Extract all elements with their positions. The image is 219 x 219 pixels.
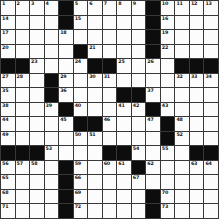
clue-number-21: 21 [89, 45, 95, 51]
cell-r15c3[interactable] [30, 204, 44, 218]
clue-number-53: 53 [46, 146, 52, 152]
clue-number-70: 70 [162, 190, 168, 196]
cell-r9c2[interactable] [16, 117, 30, 131]
clue-number-71: 71 [2, 204, 8, 210]
clue-number-73: 73 [162, 204, 168, 210]
black-square-r1c11 [146, 1, 160, 15]
clue-number-45: 45 [60, 117, 66, 123]
cell-r9c1[interactable]: 44 [1, 117, 15, 131]
cell-r1c10[interactable]: 9 [132, 1, 146, 15]
black-square-r5c8 [103, 59, 117, 73]
clue-number-56: 56 [2, 161, 8, 167]
cell-r8c15[interactable] [204, 103, 218, 117]
black-square-r11c2 [16, 146, 30, 160]
black-square-r8c11 [146, 103, 160, 117]
cell-r13c13[interactable] [175, 175, 189, 189]
cell-r1c1[interactable]: 1 [1, 1, 15, 15]
black-square-r5c2 [16, 59, 30, 73]
cell-r12c1[interactable]: 56 [1, 161, 15, 175]
black-square-r15c5 [59, 204, 73, 218]
black-square-r2c5 [59, 16, 73, 30]
cell-r7c3[interactable] [30, 88, 44, 102]
clue-number-44: 44 [2, 117, 8, 123]
cell-r10c3[interactable] [30, 132, 44, 146]
cell-r6c13[interactable]: 32 [175, 74, 189, 88]
clue-number-2: 2 [17, 1, 20, 7]
cell-r2c7[interactable] [88, 16, 102, 30]
clue-number-4: 4 [46, 1, 49, 7]
clue-number-48: 48 [176, 117, 182, 123]
cell-r14c15[interactable] [204, 190, 218, 204]
cell-r15c13[interactable] [175, 204, 189, 218]
cell-r11c6[interactable] [74, 146, 88, 160]
clue-number-43: 43 [162, 103, 168, 109]
clue-number-72: 72 [75, 204, 81, 210]
cell-r13c14[interactable] [190, 175, 204, 189]
cell-r12c4[interactable] [45, 161, 59, 175]
cell-r12c7[interactable] [88, 161, 102, 175]
cell-r7c5[interactable]: 36 [59, 88, 73, 102]
cell-r10c6[interactable]: 50 [74, 132, 88, 146]
cell-r8c7[interactable] [88, 103, 102, 117]
cell-r1c14[interactable]: 12 [190, 1, 204, 15]
cell-r15c4[interactable] [45, 204, 59, 218]
cell-r12c6[interactable]: 59 [74, 161, 88, 175]
cell-r12c14[interactable]: 63 [190, 161, 204, 175]
clue-number-1: 1 [2, 1, 5, 7]
cell-r8c14[interactable] [190, 103, 204, 117]
cell-r14c14[interactable] [190, 190, 204, 204]
cell-r2c1[interactable]: 14 [1, 16, 15, 30]
cell-r3c4[interactable] [45, 30, 59, 44]
cell-r6c11[interactable] [146, 74, 160, 88]
clue-number-18: 18 [60, 30, 66, 36]
clue-number-31: 31 [104, 74, 110, 80]
cell-r13c11[interactable] [146, 175, 160, 189]
black-square-r5c7 [88, 59, 102, 73]
cell-r3c3[interactable] [30, 30, 44, 44]
cell-r15c9[interactable] [117, 204, 131, 218]
black-square-r5c13 [175, 59, 189, 73]
cell-r12c3[interactable]: 58 [30, 161, 44, 175]
cell-r12c8[interactable]: 60 [103, 161, 117, 175]
cell-r15c7[interactable] [88, 204, 102, 218]
cell-r6c14[interactable]: 33 [190, 74, 204, 88]
cell-r1c8[interactable]: 7 [103, 1, 117, 15]
cell-r10c1[interactable]: 49 [1, 132, 15, 146]
clue-number-30: 30 [89, 74, 95, 80]
black-square-r15c11 [146, 204, 160, 218]
clue-number-8: 8 [118, 1, 121, 7]
cell-r3c8[interactable] [103, 30, 117, 44]
clue-number-10: 10 [162, 1, 168, 7]
black-square-r9c6 [74, 117, 88, 131]
cell-r4c12[interactable]: 22 [161, 45, 175, 59]
clue-number-9: 9 [133, 1, 136, 7]
cell-r1c9[interactable]: 8 [117, 1, 131, 15]
cell-r10c4[interactable] [45, 132, 59, 146]
cell-r1c15[interactable]: 13 [204, 1, 218, 15]
cell-r2c4[interactable] [45, 16, 59, 30]
cell-r15c14[interactable] [190, 204, 204, 218]
clue-number-32: 32 [176, 74, 182, 80]
cell-r11c11[interactable] [146, 146, 160, 160]
cell-r1c3[interactable]: 3 [30, 1, 44, 15]
clue-number-50: 50 [75, 132, 81, 138]
cell-r14c13[interactable] [175, 190, 189, 204]
cell-r14c7[interactable] [88, 190, 102, 204]
cell-r9c14[interactable] [190, 117, 204, 131]
black-square-r11c9 [117, 146, 131, 160]
cell-r1c7[interactable]: 6 [88, 1, 102, 15]
black-square-r13c5 [59, 175, 73, 189]
cell-r8c10[interactable]: 42 [132, 103, 146, 117]
cell-r7c2[interactable] [16, 88, 30, 102]
black-square-r14c11 [146, 190, 160, 204]
cell-r6c15[interactable]: 34 [204, 74, 218, 88]
clue-number-57: 57 [17, 161, 23, 167]
cell-r14c2[interactable] [16, 190, 30, 204]
cell-r9c13[interactable]: 48 [175, 117, 189, 131]
black-square-r4c6 [74, 45, 88, 59]
clue-number-41: 41 [118, 103, 124, 109]
cell-r8c13[interactable] [175, 103, 189, 117]
cell-r2c2[interactable] [16, 16, 30, 30]
clue-number-61: 61 [118, 161, 124, 167]
clue-number-62: 62 [147, 161, 153, 167]
cell-r3c9[interactable] [117, 30, 131, 44]
cell-r12c11[interactable]: 62 [146, 161, 160, 175]
cell-r3c13[interactable] [175, 30, 189, 44]
cell-r5c12[interactable] [161, 59, 175, 73]
black-square-r3c11 [146, 30, 160, 44]
clue-number-51: 51 [89, 132, 95, 138]
cell-r8c1[interactable]: 38 [1, 103, 15, 117]
clue-number-16: 16 [162, 16, 168, 22]
cell-r6c8[interactable]: 31 [103, 74, 117, 88]
cell-r9c5[interactable]: 45 [59, 117, 73, 131]
cell-r11c12[interactable]: 55 [161, 146, 175, 160]
cell-r4c3[interactable] [30, 45, 44, 59]
cell-r15c6[interactable]: 72 [74, 204, 88, 218]
cell-r2c15[interactable] [204, 16, 218, 30]
cell-r6c9[interactable] [117, 74, 131, 88]
cell-r1c13[interactable]: 11 [175, 1, 189, 15]
cell-r3c12[interactable]: 19 [161, 30, 175, 44]
cell-r11c10[interactable]: 54 [132, 146, 146, 160]
cell-r1c6[interactable]: 5 [74, 1, 88, 15]
cell-r8c6[interactable]: 40 [74, 103, 88, 117]
cell-r4c13[interactable] [175, 45, 189, 59]
cell-r13c15[interactable] [204, 175, 218, 189]
black-square-r11c3 [30, 146, 44, 160]
cell-r14c10[interactable] [132, 190, 146, 204]
clue-number-29: 29 [60, 74, 66, 80]
cell-r12c13[interactable] [175, 161, 189, 175]
cell-r7c6[interactable] [74, 88, 88, 102]
cell-r6c2[interactable]: 28 [16, 74, 30, 88]
clue-number-60: 60 [104, 161, 110, 167]
cell-r7c14[interactable] [190, 88, 204, 102]
clue-number-42: 42 [133, 103, 139, 109]
cell-r15c15[interactable] [204, 204, 218, 218]
cell-r13c2[interactable] [16, 175, 30, 189]
cell-r13c6[interactable]: 66 [74, 175, 88, 189]
black-square-r8c5 [59, 103, 73, 117]
clue-number-24: 24 [75, 59, 81, 65]
black-square-r7c9 [117, 88, 131, 102]
clue-number-23: 23 [31, 59, 37, 65]
clue-number-6: 6 [89, 1, 92, 7]
cell-r4c7[interactable]: 21 [88, 45, 102, 59]
black-square-r11c1 [1, 146, 15, 160]
clue-number-64: 64 [205, 161, 211, 167]
clue-number-15: 15 [75, 16, 81, 22]
cell-r3c15[interactable] [204, 30, 218, 44]
black-square-r7c4 [45, 88, 59, 102]
cell-r6c5[interactable]: 29 [59, 74, 73, 88]
cell-r13c12[interactable] [161, 175, 175, 189]
clue-number-34: 34 [205, 74, 211, 80]
cell-r15c12[interactable]: 73 [161, 204, 175, 218]
cell-r8c8[interactable] [103, 103, 117, 117]
cell-r5c4[interactable] [45, 59, 59, 73]
cell-r9c11[interactable]: 47 [146, 117, 160, 131]
cell-r10c8[interactable] [103, 132, 117, 146]
cell-r2c3[interactable] [30, 16, 44, 30]
cell-r10c7[interactable]: 51 [88, 132, 102, 146]
black-square-r9c12 [161, 117, 175, 131]
cell-r15c10[interactable] [132, 204, 146, 218]
cell-r11c7[interactable] [88, 146, 102, 160]
cell-r14c8[interactable] [103, 190, 117, 204]
cell-r4c2[interactable] [16, 45, 30, 59]
clue-number-17: 17 [2, 30, 8, 36]
cell-r14c4[interactable] [45, 190, 59, 204]
black-square-r6c4 [45, 74, 59, 88]
cell-r9c15[interactable] [204, 117, 218, 131]
cell-r8c9[interactable]: 41 [117, 103, 131, 117]
clue-number-58: 58 [31, 161, 37, 167]
clue-number-39: 39 [46, 103, 52, 109]
clue-number-26: 26 [147, 59, 153, 65]
cell-r5c10[interactable] [132, 59, 146, 73]
cell-r9c3[interactable] [30, 117, 44, 131]
cell-r13c8[interactable] [103, 175, 117, 189]
cell-r11c4[interactable]: 53 [45, 146, 59, 160]
clue-number-49: 49 [2, 132, 8, 138]
cell-r7c13[interactable] [175, 88, 189, 102]
clue-number-33: 33 [191, 74, 197, 80]
cell-r7c1[interactable]: 35 [1, 88, 15, 102]
cell-r7c8[interactable] [103, 88, 117, 102]
clue-number-12: 12 [191, 1, 197, 7]
cell-r10c2[interactable] [16, 132, 30, 146]
cell-r10c11[interactable] [146, 132, 160, 146]
crossword-grid: 1234567891011121314151617181920212223242… [0, 0, 219, 219]
clue-number-25: 25 [118, 59, 124, 65]
clue-number-27: 27 [2, 74, 8, 80]
black-square-r10c12 [161, 132, 175, 146]
cell-r15c8[interactable] [103, 204, 117, 218]
cell-r12c9[interactable]: 61 [117, 161, 131, 175]
cell-r8c3[interactable] [30, 103, 44, 117]
cell-r2c12[interactable]: 16 [161, 16, 175, 30]
cell-r9c4[interactable] [45, 117, 59, 131]
cell-r10c13[interactable]: 52 [175, 132, 189, 146]
clue-number-22: 22 [162, 45, 168, 51]
cell-r7c12[interactable] [161, 88, 175, 102]
cell-r8c2[interactable] [16, 103, 30, 117]
black-square-r9c7 [88, 117, 102, 131]
cell-r4c8[interactable] [103, 45, 117, 59]
cell-r13c3[interactable] [30, 175, 44, 189]
black-square-r14c5 [59, 190, 73, 204]
black-square-r5c1 [1, 59, 15, 73]
clue-number-13: 13 [205, 1, 211, 7]
cell-r2c6[interactable]: 15 [74, 16, 88, 30]
cell-r6c7[interactable]: 30 [88, 74, 102, 88]
cell-r11c13[interactable] [175, 146, 189, 160]
black-square-r1c5 [59, 1, 73, 15]
cell-r4c14[interactable] [190, 45, 204, 59]
cell-r2c14[interactable] [190, 16, 204, 30]
cell-r5c6[interactable]: 24 [74, 59, 88, 73]
cell-r8c12[interactable]: 43 [161, 103, 175, 117]
clue-number-37: 37 [147, 88, 153, 94]
clue-number-14: 14 [2, 16, 8, 22]
black-square-r12c5 [59, 161, 73, 175]
cell-r3c7[interactable] [88, 30, 102, 44]
cell-r5c3[interactable]: 23 [30, 59, 44, 73]
cell-r11c5[interactable] [59, 146, 73, 160]
cell-r10c15[interactable] [204, 132, 218, 146]
cell-r14c1[interactable]: 68 [1, 190, 15, 204]
cell-r2c9[interactable] [117, 16, 131, 30]
black-square-r11c14 [190, 146, 204, 160]
clue-number-59: 59 [75, 161, 81, 167]
cell-r13c1[interactable]: 65 [1, 175, 15, 189]
clue-number-40: 40 [75, 103, 81, 109]
cell-r6c1[interactable]: 27 [1, 74, 15, 88]
cell-r13c4[interactable] [45, 175, 59, 189]
cell-r2c13[interactable] [175, 16, 189, 30]
cell-r3c6[interactable] [74, 30, 88, 44]
cell-r4c9[interactable] [117, 45, 131, 59]
clue-number-19: 19 [162, 30, 168, 36]
clue-number-67: 67 [133, 175, 139, 181]
cell-r1c2[interactable]: 2 [16, 1, 30, 15]
cell-r9c10[interactable] [132, 117, 146, 131]
clue-number-3: 3 [31, 1, 34, 7]
cell-r15c2[interactable] [16, 204, 30, 218]
cell-r12c2[interactable]: 57 [16, 161, 30, 175]
black-square-r5c14 [190, 59, 204, 73]
black-square-r11c8 [103, 146, 117, 160]
clue-number-7: 7 [104, 1, 107, 7]
cell-r12c12[interactable] [161, 161, 175, 175]
cell-r8c4[interactable]: 39 [45, 103, 59, 117]
cell-r7c11[interactable]: 37 [146, 88, 160, 102]
cell-r9c8[interactable]: 46 [103, 117, 117, 131]
clue-number-47: 47 [147, 117, 153, 123]
black-square-r12c10 [132, 161, 146, 175]
cell-r3c2[interactable] [16, 30, 30, 44]
clue-number-66: 66 [75, 175, 81, 181]
clue-number-68: 68 [2, 190, 8, 196]
cell-r13c9[interactable] [117, 175, 131, 189]
cell-r7c15[interactable] [204, 88, 218, 102]
cell-r1c4[interactable]: 4 [45, 1, 59, 15]
clue-number-11: 11 [176, 1, 182, 7]
cell-r5c5[interactable] [59, 59, 73, 73]
cell-r4c10[interactable] [132, 45, 146, 59]
cell-r14c12[interactable]: 70 [161, 190, 175, 204]
cell-r10c5[interactable] [59, 132, 73, 146]
cell-r5c9[interactable]: 25 [117, 59, 131, 73]
clue-number-20: 20 [2, 45, 8, 51]
cell-r2c8[interactable] [103, 16, 117, 30]
cell-r10c9[interactable] [117, 132, 131, 146]
clue-number-35: 35 [2, 88, 8, 94]
clue-number-52: 52 [176, 132, 182, 138]
cell-r3c14[interactable] [190, 30, 204, 44]
clue-number-38: 38 [2, 103, 8, 109]
cell-r4c15[interactable] [204, 45, 218, 59]
cell-r10c10[interactable] [132, 132, 146, 146]
cell-r3c5[interactable]: 18 [59, 30, 73, 44]
clue-number-28: 28 [17, 74, 23, 80]
cell-r13c10[interactable]: 67 [132, 175, 146, 189]
black-square-r11c15 [204, 146, 218, 160]
cell-r9c9[interactable] [117, 117, 131, 131]
cell-r4c1[interactable]: 20 [1, 45, 15, 59]
cell-r5c11[interactable]: 26 [146, 59, 160, 73]
black-square-r7c10 [132, 88, 146, 102]
cell-r3c10[interactable] [132, 30, 146, 44]
cell-r1c12[interactable]: 10 [161, 1, 175, 15]
cell-r14c9[interactable] [117, 190, 131, 204]
clue-number-54: 54 [133, 146, 139, 152]
cell-r7c7[interactable] [88, 88, 102, 102]
black-square-r4c11 [146, 45, 160, 59]
clue-number-69: 69 [75, 190, 81, 196]
cell-r10c14[interactable] [190, 132, 204, 146]
cell-r15c1[interactable]: 71 [1, 204, 15, 218]
cell-r4c5[interactable] [59, 45, 73, 59]
clue-number-63: 63 [191, 161, 197, 167]
cell-r13c7[interactable] [88, 175, 102, 189]
cell-r6c3[interactable] [30, 74, 44, 88]
clue-number-55: 55 [162, 146, 168, 152]
clue-number-65: 65 [2, 175, 8, 181]
cell-r14c6[interactable]: 69 [74, 190, 88, 204]
cell-r4c4[interactable] [45, 45, 59, 59]
cell-r12c15[interactable]: 64 [204, 161, 218, 175]
cell-r3c1[interactable]: 17 [1, 30, 15, 44]
cell-r2c10[interactable] [132, 16, 146, 30]
black-square-r2c11 [146, 16, 160, 30]
clue-number-46: 46 [104, 117, 110, 123]
cell-r6c10[interactable] [132, 74, 146, 88]
clue-number-5: 5 [75, 1, 78, 7]
clue-number-36: 36 [60, 88, 66, 94]
cell-r6c12[interactable] [161, 74, 175, 88]
cell-r6c6[interactable] [74, 74, 88, 88]
black-square-r5c15 [204, 59, 218, 73]
cell-r14c3[interactable] [30, 190, 44, 204]
